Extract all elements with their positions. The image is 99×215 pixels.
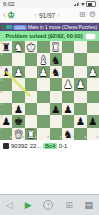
square-h7[interactable]	[87, 53, 99, 65]
square-e7[interactable]: ♞	[50, 53, 62, 65]
square-g6[interactable]	[74, 66, 86, 78]
crown-logo-icon[interactable]: ♔	[7, 11, 15, 20]
black-king-piece: ♚	[14, 115, 23, 127]
puzzle-list-icon[interactable]: ⊞	[79, 11, 86, 19]
square-d5[interactable]	[37, 78, 49, 90]
square-a2[interactable]: 2♟	[0, 115, 12, 127]
square-c2[interactable]	[25, 115, 37, 127]
square-c5[interactable]	[25, 78, 37, 90]
banner-toggle[interactable]	[85, 33, 96, 40]
black-pawn-piece: ♟	[1, 115, 10, 127]
solved-banner-text: Problem solved (92/92, 00:00)	[3, 33, 85, 39]
square-h8[interactable]	[87, 41, 99, 53]
white-pawn-piece: ♟	[39, 66, 48, 78]
square-d2[interactable]	[37, 115, 49, 127]
square-h5[interactable]	[87, 78, 99, 90]
square-d3[interactable]	[37, 103, 49, 115]
app-window: 6:02 ‹ ♔ ‹ 91/97 › ⊞ ⚙ 100% Mate in 1 mo…	[0, 0, 99, 215]
square-b8[interactable]: ♞	[12, 41, 24, 53]
rank-label: 8	[1, 42, 3, 45]
black-pawn-piece: ♟	[88, 115, 97, 127]
square-b6[interactable]: ♟	[12, 66, 24, 78]
square-e6[interactable]: ♞	[50, 66, 62, 78]
square-f5[interactable]: ♟	[62, 78, 74, 90]
square-a6[interactable]: 6♝	[0, 66, 12, 78]
square-a4[interactable]: 4	[0, 91, 12, 103]
square-g2[interactable]: ♟	[74, 115, 86, 127]
square-d6[interactable]: ♟	[37, 66, 49, 78]
rank-label: 2	[1, 116, 3, 119]
back-button[interactable]: ‹	[3, 11, 6, 20]
square-c3[interactable]	[25, 103, 37, 115]
course-bar: 100% Mate in 1 move (Chess Puzzles)	[0, 23, 99, 31]
rank-label: 1	[1, 128, 3, 131]
square-c1[interactable]: c♜	[25, 128, 37, 140]
square-d8[interactable]	[37, 41, 49, 53]
square-a3[interactable]: 3	[0, 103, 12, 115]
rank-label: 4	[1, 91, 3, 94]
rank-label: 3	[1, 103, 3, 106]
black-knight-piece: ♞	[63, 128, 72, 140]
square-f4[interactable]	[62, 91, 74, 103]
square-e4[interactable]	[50, 91, 62, 103]
bottom-toolbar: ◁ ▶ ? ⊞ ▤	[0, 194, 99, 215]
square-h6[interactable]: ♟	[87, 66, 99, 78]
white-pawn-piece: ♟	[76, 78, 85, 90]
square-c8[interactable]: ♚	[25, 41, 37, 53]
clock: 6:02	[3, 1, 15, 7]
square-b2[interactable]: ♚	[12, 115, 24, 127]
square-g7[interactable]	[74, 53, 86, 65]
square-a1[interactable]: 1a	[0, 128, 12, 140]
white-king-piece: ♚	[26, 41, 35, 53]
square-f2[interactable]	[62, 115, 74, 127]
square-e2[interactable]	[50, 115, 62, 127]
square-h3[interactable]	[87, 103, 99, 115]
square-b5[interactable]	[12, 78, 24, 90]
square-c6[interactable]	[25, 66, 37, 78]
square-h2[interactable]: ♟	[87, 115, 99, 127]
square-f3[interactable]: ♟	[62, 103, 74, 115]
square-f7[interactable]	[62, 53, 74, 65]
square-b1[interactable]: b♛	[12, 128, 24, 140]
battery-icon	[86, 1, 96, 7]
rank-label: 5	[1, 79, 3, 82]
black-rook-piece: ♜	[1, 41, 10, 53]
next-move-icon[interactable]: ▶	[25, 200, 32, 210]
square-g1[interactable]: g	[74, 128, 86, 140]
square-e8[interactable]: ♜	[50, 41, 62, 53]
square-e3[interactable]: ♟	[50, 103, 62, 115]
status-bar: 6:02	[0, 0, 99, 8]
course-title: Mate in 1 move (Chess Puzzles)	[28, 25, 97, 30]
puzzle-counter[interactable]: 91/97	[39, 12, 55, 19]
prev-move-icon[interactable]: ◁	[6, 200, 13, 210]
square-e5[interactable]	[50, 78, 62, 90]
white-rook-piece: ♜	[51, 41, 60, 53]
signal-icon	[74, 2, 80, 6]
white-pawn-piece: ♟	[88, 66, 97, 78]
square-a5[interactable]: 5	[0, 78, 12, 90]
board-area: 8♜♞♚♜7♝♞6♝♟♟♞♟5♟♟43♟♟♟2♟♚♟♟1ab♛c♜def♞gh	[0, 41, 99, 140]
square-a7[interactable]: 7	[0, 53, 12, 65]
progress-segment-green	[2, 25, 5, 29]
square-g3[interactable]	[74, 103, 86, 115]
square-a8[interactable]: 8♜	[0, 41, 12, 53]
square-f1[interactable]: f♞	[62, 128, 74, 140]
hint-icon[interactable]: ?	[43, 200, 53, 210]
square-g8[interactable]	[74, 41, 86, 53]
square-e1[interactable]: e	[50, 128, 62, 140]
white-pawn-piece: ♟	[63, 78, 72, 90]
white-bishop-piece: ♝	[39, 54, 48, 66]
content-spacer	[0, 149, 99, 194]
next-puzzle-button[interactable]: ›	[57, 11, 59, 20]
square-d4[interactable]	[37, 91, 49, 103]
black-pawn-piece: ♟	[76, 115, 85, 127]
rank-label: 7	[1, 54, 3, 57]
black-pawn-piece: ♟	[14, 103, 23, 115]
solved-banner: Problem solved (92/92, 00:00)	[0, 31, 99, 41]
square-d7[interactable]: ♝	[37, 53, 49, 65]
white-knight-piece: ♞	[14, 41, 23, 53]
gear-icon[interactable]: ⚙	[89, 11, 96, 19]
square-d1[interactable]: d	[37, 128, 49, 140]
square-g4[interactable]	[74, 91, 86, 103]
menu-icon[interactable]: ▤	[85, 200, 94, 210]
wifi-icon	[81, 3, 85, 6]
black-pawn-piece: ♟	[63, 103, 72, 115]
rank-label: 6	[1, 66, 3, 69]
white-pawn-piece: ♟	[14, 66, 23, 78]
progress-badge[interactable]: 100%	[13, 25, 27, 30]
black-knight-piece: ♞	[51, 54, 60, 66]
square-b7[interactable]	[12, 53, 24, 65]
square-b3[interactable]: ♟	[12, 103, 24, 115]
prev-puzzle-button[interactable]: ‹	[35, 11, 37, 20]
analysis-board-icon[interactable]: ⊞	[65, 200, 73, 210]
black-bishop-piece: ♝	[1, 66, 10, 78]
progress-segment-teal	[6, 25, 12, 29]
chess-board: 8♜♞♚♜7♝♞6♝♟♟♞♟5♟♟43♟♟♟2♟♚♟♟1ab♛c♜def♞gh	[0, 41, 99, 140]
square-f8[interactable]	[62, 41, 74, 53]
file-label: h	[97, 136, 99, 139]
square-h1[interactable]: h	[87, 128, 99, 140]
square-g5[interactable]: ♟	[74, 78, 86, 90]
square-c4[interactable]	[25, 91, 37, 103]
square-b4[interactable]	[12, 91, 24, 103]
black-knight-piece: ♞	[51, 66, 60, 78]
nav-bar: ‹ ♔ ‹ 91/97 › ⊞ ⚙	[0, 8, 99, 23]
square-h4[interactable]	[87, 91, 99, 103]
square-f6[interactable]	[62, 66, 74, 78]
black-pawn-piece: ♟	[51, 103, 60, 115]
square-c7[interactable]	[25, 53, 37, 65]
